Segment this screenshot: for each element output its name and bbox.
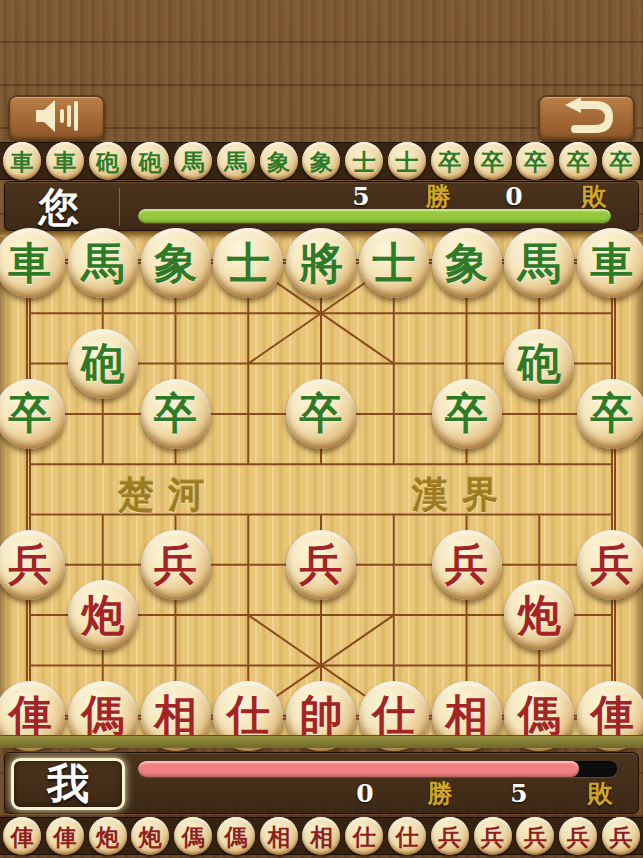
board-grid-lines: [0, 232, 643, 748]
back-arrow-icon: [557, 95, 617, 141]
my-turn-indicator-box: 我: [11, 758, 125, 810]
tray-piece-卒: 卒: [431, 142, 469, 180]
opponent-losses: 0: [505, 184, 522, 209]
my-panel: 我 0 勝 5 敗: [4, 752, 639, 814]
tray-piece-士: 士: [388, 142, 426, 180]
river-label-right: 漢界: [402, 471, 522, 520]
tray-piece-傌: 傌: [217, 817, 255, 855]
tray-piece-仕: 仕: [388, 817, 426, 855]
board-piece-炮[interactable]: 炮: [504, 580, 574, 650]
tray-piece-俥: 俥: [46, 817, 84, 855]
tray-piece-兵: 兵: [516, 817, 554, 855]
board-piece-卒[interactable]: 卒: [577, 379, 643, 449]
board-piece-卒[interactable]: 卒: [141, 379, 211, 449]
captured-tray-mine: 俥俥炮炮傌傌相相仕仕兵兵兵兵兵: [0, 817, 643, 855]
tray-piece-相: 相: [260, 817, 298, 855]
game-screen: 車車砲砲馬馬象象士士卒卒卒卒卒 您 5 勝 0 敗 楚河 漢界 車馬象士將士象馬…: [0, 0, 643, 858]
tray-piece-相: 相: [302, 817, 340, 855]
tray-piece-兵: 兵: [559, 817, 597, 855]
my-win-label: 勝: [428, 781, 453, 806]
board-piece-象[interactable]: 象: [141, 228, 211, 298]
tray-piece-炮: 炮: [89, 817, 127, 855]
board-piece-兵[interactable]: 兵: [141, 530, 211, 600]
back-button[interactable]: [538, 95, 635, 141]
tray-piece-象: 象: [260, 142, 298, 180]
tray-piece-士: 士: [345, 142, 383, 180]
board-piece-馬[interactable]: 馬: [68, 228, 138, 298]
tray-piece-馬: 馬: [174, 142, 212, 180]
board-piece-卒[interactable]: 卒: [286, 379, 356, 449]
tray-piece-傌: 傌: [174, 817, 212, 855]
board-piece-卒[interactable]: 卒: [432, 379, 502, 449]
tray-piece-炮: 炮: [131, 817, 169, 855]
tray-piece-俥: 俥: [3, 817, 41, 855]
board-piece-士[interactable]: 士: [213, 228, 283, 298]
board-bottom-edge: [0, 735, 643, 748]
tray-piece-砲: 砲: [89, 142, 127, 180]
opponent-name: 您: [39, 184, 79, 230]
tray-piece-車: 車: [3, 142, 41, 180]
board-piece-炮[interactable]: 炮: [68, 580, 138, 650]
opponent-win-label: 勝: [426, 184, 451, 209]
board-piece-兵[interactable]: 兵: [432, 530, 502, 600]
board-piece-士[interactable]: 士: [359, 228, 429, 298]
tray-piece-兵: 兵: [474, 817, 512, 855]
tray-piece-卒: 卒: [516, 142, 554, 180]
speaker-icon: [31, 96, 83, 140]
tray-piece-兵: 兵: [602, 817, 640, 855]
my-loss-label: 敗: [588, 781, 613, 806]
xiangqi-board[interactable]: 楚河 漢界 車馬象士將士象馬車砲砲卒卒卒卒卒兵兵兵兵兵炮炮俥傌相仕帥仕相傌俥: [0, 232, 643, 748]
tray-piece-砲: 砲: [131, 142, 169, 180]
river-label-left: 楚河: [108, 471, 228, 520]
tray-piece-仕: 仕: [345, 817, 383, 855]
my-progress-bar: [138, 761, 617, 777]
board-piece-象[interactable]: 象: [432, 228, 502, 298]
my-losses: 5: [510, 781, 527, 806]
sound-button[interactable]: [8, 95, 105, 141]
my-name: 我: [47, 756, 89, 812]
board-piece-兵[interactable]: 兵: [577, 530, 643, 600]
opponent-panel: 您 5 勝 0 敗: [4, 181, 639, 231]
board-piece-馬[interactable]: 馬: [504, 228, 574, 298]
tray-piece-卒: 卒: [602, 142, 640, 180]
tray-piece-車: 車: [46, 142, 84, 180]
captured-tray-opponent: 車車砲砲馬馬象象士士卒卒卒卒卒: [0, 142, 643, 180]
board-piece-砲[interactable]: 砲: [68, 329, 138, 399]
tray-piece-馬: 馬: [217, 142, 255, 180]
opponent-progress-fill: [138, 209, 611, 223]
tray-piece-兵: 兵: [431, 817, 469, 855]
my-wins: 0: [356, 781, 373, 806]
board-piece-將[interactable]: 將: [286, 228, 356, 298]
board-piece-砲[interactable]: 砲: [504, 329, 574, 399]
board-piece-車[interactable]: 車: [577, 228, 643, 298]
opponent-wins: 5: [352, 184, 369, 209]
opponent-loss-label: 敗: [582, 184, 607, 209]
my-progress-fill: [138, 761, 579, 777]
board-piece-兵[interactable]: 兵: [286, 530, 356, 600]
opponent-progress-bar: [138, 209, 611, 223]
divider: [119, 188, 120, 226]
tray-piece-象: 象: [302, 142, 340, 180]
tray-piece-卒: 卒: [559, 142, 597, 180]
tray-piece-卒: 卒: [474, 142, 512, 180]
